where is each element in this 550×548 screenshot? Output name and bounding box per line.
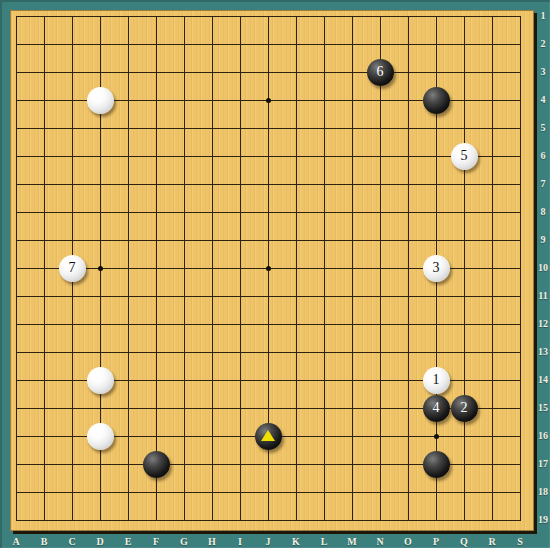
row-label-19: 19 xyxy=(538,514,548,525)
stone-white-D14 xyxy=(87,367,114,394)
stone-white-D16 xyxy=(87,423,114,450)
move-number-label: 3 xyxy=(433,261,440,275)
row-label-4: 4 xyxy=(541,94,546,105)
row-label-17: 17 xyxy=(538,458,548,469)
star-point xyxy=(98,266,103,271)
stone-black-N3: 6 xyxy=(367,59,394,86)
column-label-L: L xyxy=(321,536,328,547)
column-label-K: K xyxy=(292,536,300,547)
column-label-C: C xyxy=(68,536,75,547)
stone-white-P14: 1 xyxy=(423,367,450,394)
row-label-3: 3 xyxy=(541,66,546,77)
stone-white-D4 xyxy=(87,87,114,114)
star-point xyxy=(266,266,271,271)
row-label-6: 6 xyxy=(541,150,546,161)
column-label-Q: Q xyxy=(460,536,468,547)
row-label-7: 7 xyxy=(541,178,546,189)
stone-black-Q15: 2 xyxy=(451,395,478,422)
column-label-N: N xyxy=(376,536,383,547)
go-board[interactable]: 6573142 xyxy=(10,10,534,531)
stone-white-Q6: 5 xyxy=(451,143,478,170)
column-label-H: H xyxy=(208,536,216,547)
column-label-B: B xyxy=(41,536,48,547)
move-number-label: 1 xyxy=(433,373,440,387)
move-number-label: 5 xyxy=(461,149,468,163)
row-label-1: 1 xyxy=(541,10,546,21)
move-number-label: 6 xyxy=(377,65,384,79)
move-number-label: 7 xyxy=(69,261,76,275)
row-label-5: 5 xyxy=(541,122,546,133)
stone-black-J16 xyxy=(255,423,282,450)
move-number-label: 4 xyxy=(433,401,440,415)
row-label-12: 12 xyxy=(538,318,548,329)
row-label-15: 15 xyxy=(538,402,548,413)
column-label-O: O xyxy=(404,536,412,547)
column-label-M: M xyxy=(347,536,356,547)
stone-white-P10: 3 xyxy=(423,255,450,282)
column-label-I: I xyxy=(238,536,242,547)
move-number-label: 2 xyxy=(461,401,468,415)
stone-white-C10: 7 xyxy=(59,255,86,282)
column-label-P: P xyxy=(433,536,439,547)
row-label-18: 18 xyxy=(538,486,548,497)
stone-black-F17 xyxy=(143,451,170,478)
row-label-16: 16 xyxy=(538,430,548,441)
column-label-A: A xyxy=(12,536,19,547)
row-label-10: 10 xyxy=(538,262,548,273)
row-label-8: 8 xyxy=(541,206,546,217)
row-label-14: 14 xyxy=(538,374,548,385)
column-label-R: R xyxy=(488,536,495,547)
stone-black-P15: 4 xyxy=(423,395,450,422)
row-label-13: 13 xyxy=(538,346,548,357)
column-label-E: E xyxy=(125,536,132,547)
row-label-9: 9 xyxy=(541,234,546,245)
column-label-F: F xyxy=(153,536,159,547)
column-label-S: S xyxy=(517,536,523,547)
stone-black-P17 xyxy=(423,451,450,478)
star-point xyxy=(434,434,439,439)
column-label-D: D xyxy=(96,536,103,547)
row-label-2: 2 xyxy=(541,38,546,49)
row-label-11: 11 xyxy=(538,290,547,301)
star-point xyxy=(266,98,271,103)
go-diagram: 6573142 ABCDEFGHIJKLMNOPQRS 123456789101… xyxy=(0,0,550,548)
column-label-G: G xyxy=(180,536,188,547)
stone-black-P4 xyxy=(423,87,450,114)
triangle-marker-icon xyxy=(261,430,275,441)
column-label-J: J xyxy=(266,536,271,547)
